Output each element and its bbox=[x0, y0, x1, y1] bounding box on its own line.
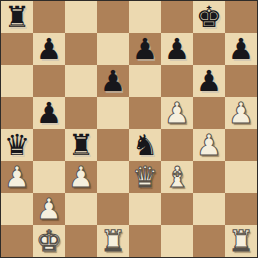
square-d2[interactable] bbox=[97, 193, 129, 225]
square-c1[interactable] bbox=[65, 225, 97, 257]
square-a6[interactable] bbox=[1, 65, 33, 97]
square-e7[interactable]: ♟ bbox=[129, 33, 161, 65]
square-c2[interactable] bbox=[65, 193, 97, 225]
square-g3[interactable] bbox=[193, 161, 225, 193]
black-pawn[interactable]: ♟ bbox=[36, 33, 62, 65]
square-b7[interactable]: ♟ bbox=[33, 33, 65, 65]
square-f8[interactable] bbox=[161, 1, 193, 33]
black-pawn[interactable]: ♟ bbox=[36, 97, 62, 129]
square-g1[interactable] bbox=[193, 225, 225, 257]
square-e8[interactable] bbox=[129, 1, 161, 33]
square-e3[interactable]: ♛ bbox=[129, 161, 161, 193]
square-e1[interactable] bbox=[129, 225, 161, 257]
square-c4[interactable]: ♜ bbox=[65, 129, 97, 161]
square-a3[interactable]: ♟ bbox=[1, 161, 33, 193]
square-b6[interactable] bbox=[33, 65, 65, 97]
square-h3[interactable] bbox=[225, 161, 257, 193]
square-b4[interactable] bbox=[33, 129, 65, 161]
square-e5[interactable] bbox=[129, 97, 161, 129]
square-g7[interactable] bbox=[193, 33, 225, 65]
white-pawn[interactable]: ♟ bbox=[4, 161, 30, 193]
square-h7[interactable]: ♟ bbox=[225, 33, 257, 65]
black-knight[interactable]: ♞ bbox=[132, 129, 158, 161]
square-h1[interactable]: ♜ bbox=[225, 225, 257, 257]
white-pawn[interactable]: ♟ bbox=[196, 129, 222, 161]
square-b5[interactable]: ♟ bbox=[33, 97, 65, 129]
square-d6[interactable]: ♟ bbox=[97, 65, 129, 97]
square-f3[interactable]: ♝ bbox=[161, 161, 193, 193]
square-a8[interactable]: ♜ bbox=[1, 1, 33, 33]
square-f2[interactable] bbox=[161, 193, 193, 225]
chess-board: ♜♚♟♟♟♟♟♟♟♟♟♛♜♞♟♟♟♛♝♟♚♜♜ bbox=[0, 0, 258, 258]
square-f4[interactable] bbox=[161, 129, 193, 161]
square-c5[interactable] bbox=[65, 97, 97, 129]
white-pawn[interactable]: ♟ bbox=[36, 193, 62, 225]
square-g2[interactable] bbox=[193, 193, 225, 225]
square-a1[interactable] bbox=[1, 225, 33, 257]
square-d7[interactable] bbox=[97, 33, 129, 65]
black-king[interactable]: ♚ bbox=[196, 1, 222, 33]
square-d5[interactable] bbox=[97, 97, 129, 129]
black-pawn[interactable]: ♟ bbox=[100, 65, 126, 97]
square-f5[interactable]: ♟ bbox=[161, 97, 193, 129]
square-a4[interactable]: ♛ bbox=[1, 129, 33, 161]
white-rook[interactable]: ♜ bbox=[100, 225, 126, 257]
square-c6[interactable] bbox=[65, 65, 97, 97]
square-h6[interactable] bbox=[225, 65, 257, 97]
square-g6[interactable]: ♟ bbox=[193, 65, 225, 97]
square-e2[interactable] bbox=[129, 193, 161, 225]
square-g5[interactable] bbox=[193, 97, 225, 129]
square-a7[interactable] bbox=[1, 33, 33, 65]
square-b2[interactable]: ♟ bbox=[33, 193, 65, 225]
square-d1[interactable]: ♜ bbox=[97, 225, 129, 257]
square-f6[interactable] bbox=[161, 65, 193, 97]
white-pawn[interactable]: ♟ bbox=[68, 161, 94, 193]
square-e4[interactable]: ♞ bbox=[129, 129, 161, 161]
black-rook[interactable]: ♜ bbox=[68, 129, 94, 161]
white-king[interactable]: ♚ bbox=[36, 225, 62, 257]
square-b1[interactable]: ♚ bbox=[33, 225, 65, 257]
black-pawn[interactable]: ♟ bbox=[132, 33, 158, 65]
white-pawn[interactable]: ♟ bbox=[228, 97, 254, 129]
square-c8[interactable] bbox=[65, 1, 97, 33]
square-c7[interactable] bbox=[65, 33, 97, 65]
square-b8[interactable] bbox=[33, 1, 65, 33]
black-rook[interactable]: ♜ bbox=[4, 1, 30, 33]
square-a2[interactable] bbox=[1, 193, 33, 225]
square-g8[interactable]: ♚ bbox=[193, 1, 225, 33]
black-pawn[interactable]: ♟ bbox=[196, 65, 222, 97]
black-pawn[interactable]: ♟ bbox=[164, 33, 190, 65]
square-f7[interactable]: ♟ bbox=[161, 33, 193, 65]
square-d4[interactable] bbox=[97, 129, 129, 161]
white-pawn[interactable]: ♟ bbox=[164, 97, 190, 129]
square-d3[interactable] bbox=[97, 161, 129, 193]
square-h4[interactable] bbox=[225, 129, 257, 161]
square-f1[interactable] bbox=[161, 225, 193, 257]
square-h5[interactable]: ♟ bbox=[225, 97, 257, 129]
square-e6[interactable] bbox=[129, 65, 161, 97]
black-pawn[interactable]: ♟ bbox=[228, 33, 254, 65]
square-d8[interactable] bbox=[97, 1, 129, 33]
white-bishop[interactable]: ♝ bbox=[164, 161, 190, 193]
square-g4[interactable]: ♟ bbox=[193, 129, 225, 161]
square-h8[interactable] bbox=[225, 1, 257, 33]
white-rook[interactable]: ♜ bbox=[228, 225, 254, 257]
square-c3[interactable]: ♟ bbox=[65, 161, 97, 193]
square-b3[interactable] bbox=[33, 161, 65, 193]
square-h2[interactable] bbox=[225, 193, 257, 225]
black-queen[interactable]: ♛ bbox=[4, 129, 30, 161]
square-a5[interactable] bbox=[1, 97, 33, 129]
white-queen[interactable]: ♛ bbox=[132, 161, 158, 193]
